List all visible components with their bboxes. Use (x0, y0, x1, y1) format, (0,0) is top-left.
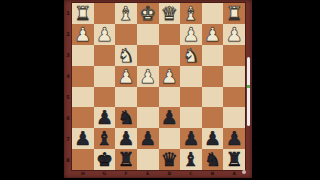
square-e2[interactable] (137, 24, 159, 45)
white-bishop: ♝ (182, 3, 199, 22)
file-label-c: C (180, 170, 202, 178)
chess-board: ♜♝♚♛♝♜♟♟♟♟♟♞♞♟♟♟♟♞♟♟♝♟♟♟♟♟♚♜♛♝♞♜ (72, 3, 245, 170)
square-g1[interactable] (94, 3, 116, 24)
square-a5[interactable] (223, 87, 245, 108)
square-c8[interactable]: ♝ (180, 149, 202, 170)
square-e7[interactable]: ♟ (137, 128, 159, 149)
square-a6[interactable] (223, 107, 245, 128)
white-pawn: ♟ (96, 24, 113, 43)
file-label-h: H (72, 170, 94, 178)
black-knight: ♞ (204, 150, 221, 169)
white-pawn: ♟ (118, 66, 135, 85)
file-labels: HGFEDCBA (72, 170, 245, 178)
rank-label-6: 6 (64, 107, 72, 128)
square-b6[interactable] (202, 107, 224, 128)
square-g5[interactable] (94, 87, 116, 108)
square-d4[interactable]: ♟ (159, 66, 181, 87)
black-pawn: ♟ (204, 129, 221, 148)
file-label-f: F (115, 170, 137, 178)
black-king: ♚ (96, 150, 113, 169)
scrollbar[interactable] (247, 57, 250, 126)
square-f6[interactable]: ♞ (115, 107, 137, 128)
square-f3[interactable]: ♞ (115, 45, 137, 66)
black-pawn: ♟ (182, 129, 199, 148)
square-c6[interactable] (180, 107, 202, 128)
rank-label-5: 5 (64, 87, 72, 108)
white-pawn: ♟ (226, 24, 243, 43)
square-d6[interactable]: ♟ (159, 107, 181, 128)
rank-labels: 12345678 (64, 3, 72, 170)
black-pawn: ♟ (161, 108, 178, 127)
square-a7[interactable]: ♟ (223, 128, 245, 149)
square-g4[interactable] (94, 66, 116, 87)
square-f1[interactable]: ♝ (115, 3, 137, 24)
square-c4[interactable] (180, 66, 202, 87)
black-rook: ♜ (118, 150, 135, 169)
rank-label-7: 7 (64, 128, 72, 149)
square-b2[interactable]: ♟ (202, 24, 224, 45)
square-d5[interactable] (159, 87, 181, 108)
white-queen: ♛ (161, 3, 178, 22)
white-knight: ♞ (182, 45, 199, 64)
square-b1[interactable] (202, 3, 224, 24)
square-d2[interactable] (159, 24, 181, 45)
square-d7[interactable] (159, 128, 181, 149)
square-d8[interactable]: ♛ (159, 149, 181, 170)
square-f5[interactable] (115, 87, 137, 108)
white-bishop: ♝ (118, 3, 135, 22)
square-h6[interactable] (72, 107, 94, 128)
file-label-d: D (159, 170, 181, 178)
rank-label-1: 1 (64, 3, 72, 24)
square-a2[interactable]: ♟ (223, 24, 245, 45)
black-pawn: ♟ (118, 129, 135, 148)
square-f2[interactable] (115, 24, 137, 45)
square-g3[interactable] (94, 45, 116, 66)
black-bishop: ♝ (182, 150, 199, 169)
black-pawn: ♟ (74, 129, 91, 148)
rank-label-3: 3 (64, 45, 72, 66)
square-b4[interactable] (202, 66, 224, 87)
square-e5[interactable] (137, 87, 159, 108)
black-pawn: ♟ (139, 129, 156, 148)
white-pawn: ♟ (161, 66, 178, 85)
white-rook: ♜ (74, 3, 91, 22)
corner-dot (242, 170, 246, 174)
video-frame: 12345678 ♜♝♚♛♝♜♟♟♟♟♟♞♞♟♟♟♟♞♟♟♝♟♟♟♟♟♚♜♛♝♞… (0, 0, 320, 180)
square-h3[interactable] (72, 45, 94, 66)
square-d1[interactable]: ♛ (159, 3, 181, 24)
black-queen: ♛ (161, 150, 178, 169)
square-f8[interactable]: ♜ (115, 149, 137, 170)
square-c1[interactable]: ♝ (180, 3, 202, 24)
square-a4[interactable] (223, 66, 245, 87)
square-b7[interactable]: ♟ (202, 128, 224, 149)
square-c7[interactable]: ♟ (180, 128, 202, 149)
square-a3[interactable] (223, 45, 245, 66)
white-king: ♚ (139, 3, 156, 22)
square-g6[interactable]: ♟ (94, 107, 116, 128)
square-e4[interactable]: ♟ (137, 66, 159, 87)
chess-board-frame: 12345678 ♜♝♚♛♝♜♟♟♟♟♟♞♞♟♟♟♟♞♟♟♝♟♟♟♟♟♚♜♛♝♞… (64, 0, 252, 178)
white-rook: ♜ (226, 3, 243, 22)
square-g2[interactable]: ♟ (94, 24, 116, 45)
square-c5[interactable] (180, 87, 202, 108)
square-h8[interactable] (72, 149, 94, 170)
square-b5[interactable] (202, 87, 224, 108)
white-pawn: ♟ (139, 66, 156, 85)
file-label-e: E (137, 170, 159, 178)
square-g8[interactable]: ♚ (94, 149, 116, 170)
square-g7[interactable]: ♝ (94, 128, 116, 149)
square-c2[interactable]: ♟ (180, 24, 202, 45)
square-h4[interactable] (72, 66, 94, 87)
square-e3[interactable] (137, 45, 159, 66)
square-a8[interactable]: ♜ (223, 149, 245, 170)
file-label-b: B (202, 170, 224, 178)
white-knight: ♞ (118, 45, 135, 64)
square-h7[interactable]: ♟ (72, 128, 94, 149)
white-pawn: ♟ (74, 24, 91, 43)
white-pawn: ♟ (204, 24, 221, 43)
rank-label-8: 8 (64, 149, 72, 170)
square-a1[interactable]: ♜ (223, 3, 245, 24)
square-e6[interactable] (137, 107, 159, 128)
square-f4[interactable]: ♟ (115, 66, 137, 87)
square-h1[interactable]: ♜ (72, 3, 94, 24)
square-c3[interactable]: ♞ (180, 45, 202, 66)
scrollbar-marker-icon (247, 85, 250, 88)
file-label-g: G (94, 170, 116, 178)
white-pawn: ♟ (182, 24, 199, 43)
black-bishop: ♝ (96, 129, 113, 148)
square-f7[interactable]: ♟ (115, 128, 137, 149)
rank-label-4: 4 (64, 66, 72, 87)
square-d3[interactable] (159, 45, 181, 66)
black-pawn: ♟ (226, 129, 243, 148)
square-h5[interactable] (72, 87, 94, 108)
square-b8[interactable]: ♞ (202, 149, 224, 170)
square-e8[interactable] (137, 149, 159, 170)
black-rook: ♜ (226, 150, 243, 169)
square-h2[interactable]: ♟ (72, 24, 94, 45)
rank-label-2: 2 (64, 24, 72, 45)
square-e1[interactable]: ♚ (137, 3, 159, 24)
black-knight: ♞ (118, 108, 135, 127)
black-pawn: ♟ (96, 108, 113, 127)
square-b3[interactable] (202, 45, 224, 66)
